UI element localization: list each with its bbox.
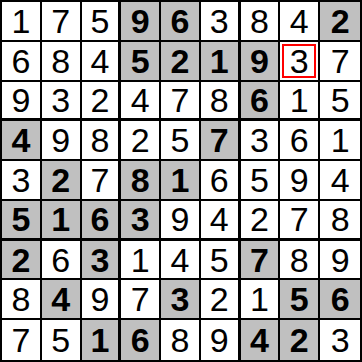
cell-r1c1[interactable]: 1 — [2, 2, 42, 42]
cell-r5c1[interactable]: 3 — [2, 161, 42, 201]
cell-r6c7[interactable]: 2 — [241, 201, 281, 241]
cell-r2c1[interactable]: 6 — [2, 42, 42, 82]
cell-r2c9[interactable]: 7 — [320, 42, 360, 82]
cell-r8c8[interactable]: 5 — [280, 280, 320, 320]
cell-r1c4[interactable]: 9 — [121, 2, 161, 42]
cell-r4c1[interactable]: 4 — [2, 121, 42, 161]
cell-r8c1[interactable]: 8 — [2, 280, 42, 320]
cell-r1c7[interactable]: 8 — [241, 2, 281, 42]
cell-r3c7[interactable]: 6 — [241, 82, 281, 122]
cell-r9c1[interactable]: 7 — [2, 320, 42, 360]
cell-r7c3[interactable]: 3 — [82, 241, 122, 281]
cell-r7c7[interactable]: 7 — [241, 241, 281, 281]
cell-r9c5[interactable]: 8 — [161, 320, 201, 360]
cell-r6c3[interactable]: 6 — [82, 201, 122, 241]
cell-r7c2[interactable]: 6 — [42, 241, 82, 281]
cell-r6c6[interactable]: 4 — [201, 201, 241, 241]
cell-r7c1[interactable]: 2 — [2, 241, 42, 281]
cell-r7c9[interactable]: 9 — [320, 241, 360, 281]
cell-r3c9[interactable]: 5 — [320, 82, 360, 122]
cell-r1c3[interactable]: 5 — [82, 2, 122, 42]
cell-r2c8[interactable]: 3 — [280, 42, 320, 82]
cell-r8c4[interactable]: 7 — [121, 280, 161, 320]
cell-r8c3[interactable]: 9 — [82, 280, 122, 320]
cell-r1c6[interactable]: 3 — [201, 2, 241, 42]
sudoku-board: 1759638426845219379324786154982573613278… — [0, 0, 362, 362]
cell-r9c4[interactable]: 6 — [121, 320, 161, 360]
cell-r8c9[interactable]: 6 — [320, 280, 360, 320]
cell-r7c5[interactable]: 4 — [161, 241, 201, 281]
cell-r6c8[interactable]: 7 — [280, 201, 320, 241]
cell-r1c5[interactable]: 6 — [161, 2, 201, 42]
cell-r5c7[interactable]: 5 — [241, 161, 281, 201]
cell-r1c9[interactable]: 2 — [320, 2, 360, 42]
cell-r2c6[interactable]: 1 — [201, 42, 241, 82]
cell-r3c8[interactable]: 1 — [280, 82, 320, 122]
cell-r3c5[interactable]: 7 — [161, 82, 201, 122]
cell-r7c4[interactable]: 1 — [121, 241, 161, 281]
cell-r9c2[interactable]: 5 — [42, 320, 82, 360]
cell-r7c6[interactable]: 5 — [201, 241, 241, 281]
cell-r2c5[interactable]: 2 — [161, 42, 201, 82]
cell-r4c9[interactable]: 1 — [320, 121, 360, 161]
cell-r3c1[interactable]: 9 — [2, 82, 42, 122]
cell-r5c8[interactable]: 9 — [280, 161, 320, 201]
cell-r6c1[interactable]: 5 — [2, 201, 42, 241]
cell-r1c2[interactable]: 7 — [42, 2, 82, 42]
cell-r8c6[interactable]: 2 — [201, 280, 241, 320]
cell-r8c2[interactable]: 4 — [42, 280, 82, 320]
cell-r4c3[interactable]: 8 — [82, 121, 122, 161]
cell-r2c3[interactable]: 4 — [82, 42, 122, 82]
cell-r3c2[interactable]: 3 — [42, 82, 82, 122]
cell-r6c4[interactable]: 3 — [121, 201, 161, 241]
cell-r4c4[interactable]: 2 — [121, 121, 161, 161]
cell-r2c2[interactable]: 8 — [42, 42, 82, 82]
cell-r5c4[interactable]: 8 — [121, 161, 161, 201]
cell-r4c7[interactable]: 3 — [241, 121, 281, 161]
cell-r4c5[interactable]: 5 — [161, 121, 201, 161]
cell-r5c5[interactable]: 1 — [161, 161, 201, 201]
cell-r5c3[interactable]: 7 — [82, 161, 122, 201]
cell-r9c6[interactable]: 9 — [201, 320, 241, 360]
cell-r9c8[interactable]: 2 — [280, 320, 320, 360]
cell-r7c8[interactable]: 8 — [280, 241, 320, 281]
cell-r6c2[interactable]: 1 — [42, 201, 82, 241]
cell-r3c3[interactable]: 2 — [82, 82, 122, 122]
cell-r4c6[interactable]: 7 — [201, 121, 241, 161]
cell-r4c2[interactable]: 9 — [42, 121, 82, 161]
cell-r5c9[interactable]: 4 — [320, 161, 360, 201]
cell-r2c4[interactable]: 5 — [121, 42, 161, 82]
cell-r8c7[interactable]: 1 — [241, 280, 281, 320]
cell-r9c3[interactable]: 1 — [82, 320, 122, 360]
cell-r3c6[interactable]: 8 — [201, 82, 241, 122]
cell-r1c8[interactable]: 4 — [280, 2, 320, 42]
cell-r6c9[interactable]: 8 — [320, 201, 360, 241]
cell-r5c2[interactable]: 2 — [42, 161, 82, 201]
cell-r5c6[interactable]: 6 — [201, 161, 241, 201]
cell-r8c5[interactable]: 3 — [161, 280, 201, 320]
cell-r9c9[interactable]: 3 — [320, 320, 360, 360]
cell-r3c4[interactable]: 4 — [121, 82, 161, 122]
cell-r2c7[interactable]: 9 — [241, 42, 281, 82]
cell-r6c5[interactable]: 9 — [161, 201, 201, 241]
cell-r4c8[interactable]: 6 — [280, 121, 320, 161]
cell-r9c7[interactable]: 4 — [241, 320, 281, 360]
